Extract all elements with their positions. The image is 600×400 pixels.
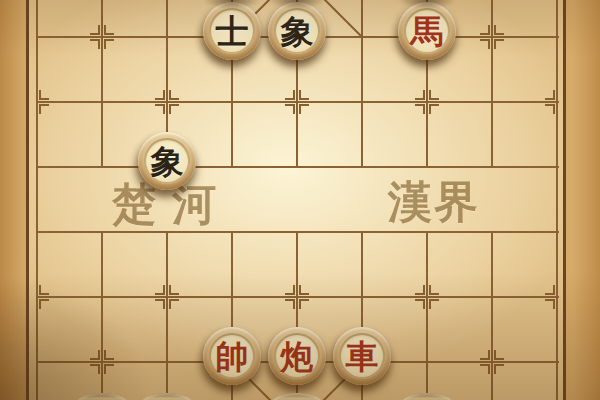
piece-face: 象 (274, 8, 320, 54)
river-label-left: 楚河 (112, 183, 232, 227)
xiangqi-board: 楚河 漢界 士象馬象帥炮車 (0, 0, 600, 400)
grid-line-file (101, 232, 103, 400)
board-border-right (563, 0, 566, 400)
grid-line-file (36, 0, 38, 400)
piece-glyph-red-general: 帥 (216, 340, 249, 373)
piece-face: 士 (209, 8, 255, 54)
piece-face: 象 (144, 138, 190, 184)
star-marker (25, 285, 49, 309)
star-marker (285, 285, 309, 309)
piece-face: 車 (339, 333, 385, 379)
piece-glyph-red-horse: 馬 (411, 15, 444, 48)
star-marker (155, 285, 179, 309)
grid-line-file (426, 232, 428, 400)
star-marker (90, 350, 114, 374)
piece-red-cannon[interactable]: 炮 (268, 327, 326, 385)
piece-black-elephant-a[interactable]: 象 (268, 2, 326, 60)
piece-face: 馬 (404, 8, 450, 54)
grid-line-file (491, 232, 493, 400)
star-marker (285, 90, 309, 114)
board-border-left (26, 0, 29, 400)
star-marker (90, 25, 114, 49)
river-label-right: 漢界 (388, 181, 480, 225)
star-marker (480, 350, 504, 374)
piece-glyph-red-chariot: 車 (346, 340, 379, 373)
star-marker (415, 285, 439, 309)
star-marker (545, 90, 569, 114)
grid-line-file (556, 0, 558, 400)
piece-glyph-black-elephant-b: 象 (151, 145, 184, 178)
grid-line-file (361, 0, 363, 167)
piece-face: 帥 (209, 333, 255, 379)
star-marker (25, 90, 49, 114)
star-marker (155, 90, 179, 114)
piece-red-general[interactable]: 帥 (203, 327, 261, 385)
grid-line-rank (37, 231, 559, 233)
piece-glyph-black-elephant-a: 象 (281, 15, 314, 48)
piece-black-elephant-b[interactable]: 象 (138, 132, 196, 190)
piece-glyph-black-advisor: 士 (216, 15, 249, 48)
grid-line-file (166, 232, 168, 400)
board-margin-left (0, 0, 28, 400)
star-marker (415, 90, 439, 114)
piece-glyph-red-cannon: 炮 (281, 340, 314, 373)
grid-line-rank (37, 166, 559, 168)
piece-red-chariot[interactable]: 車 (333, 327, 391, 385)
piece-black-advisor[interactable]: 士 (203, 2, 261, 60)
board-margin-right (566, 0, 600, 400)
piece-face: 炮 (274, 333, 320, 379)
star-marker (480, 25, 504, 49)
star-marker (545, 285, 569, 309)
piece-red-horse[interactable]: 馬 (398, 2, 456, 60)
